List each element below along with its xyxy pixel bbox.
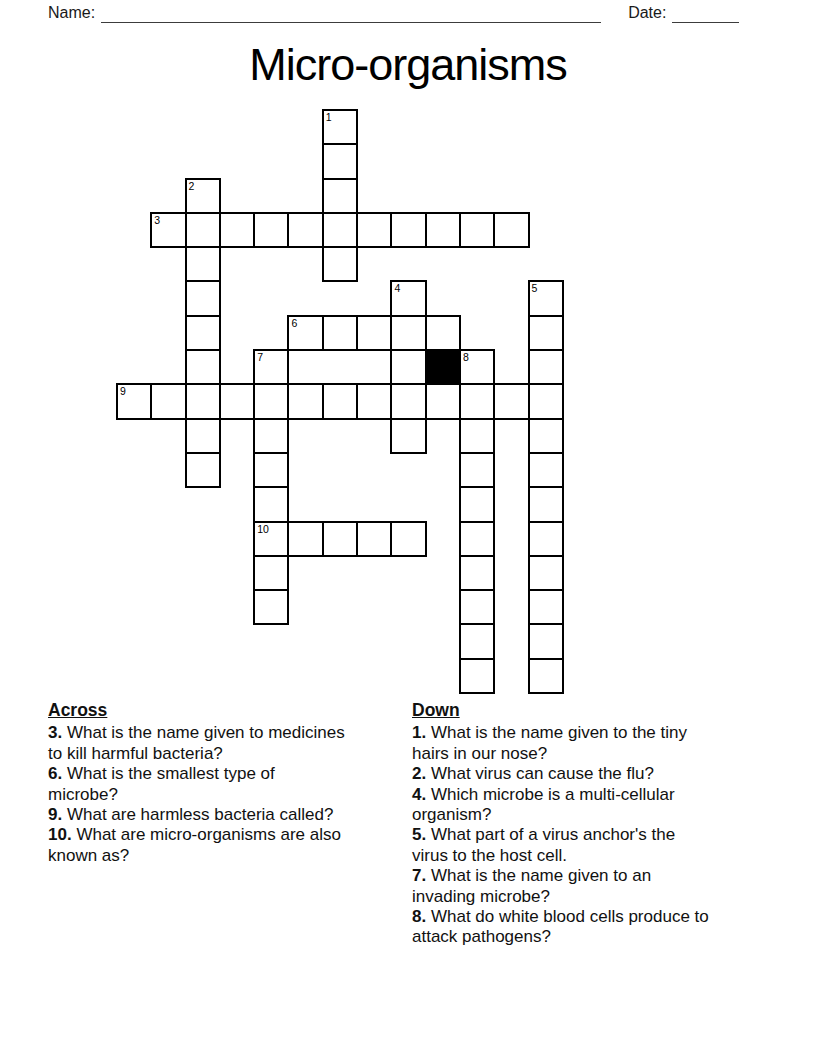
clue-text: What virus can cause the flu?	[431, 764, 654, 783]
date-label: Date:	[628, 4, 666, 23]
answer-cell[interactable]	[185, 452, 221, 488]
clue-text: What is the name given to medicines to k…	[48, 723, 345, 762]
answer-cell[interactable]	[528, 315, 564, 351]
clue-number: 1.	[412, 723, 426, 742]
answer-cell[interactable]	[459, 623, 495, 659]
clue-down-5: 5. What part of a virus anchor's the vir…	[412, 825, 712, 866]
clue-text: What is the smallest type of microbe?	[48, 764, 275, 803]
answer-cell[interactable]	[459, 486, 495, 522]
answer-cell[interactable]: 7	[253, 349, 289, 385]
answer-cell[interactable]	[287, 212, 323, 248]
name-blank-line[interactable]	[101, 6, 601, 23]
clue-text: What part of a virus anchor's the virus …	[412, 825, 675, 864]
clue-text: What are harmless bacteria called?	[67, 805, 333, 824]
answer-cell[interactable]	[253, 212, 289, 248]
clue-number-6: 6	[291, 317, 297, 329]
answer-cell[interactable]	[219, 212, 255, 248]
clue-number: 4.	[412, 785, 426, 804]
answer-cell[interactable]	[253, 555, 289, 591]
answer-cell[interactable]	[356, 383, 392, 419]
name-label: Name:	[48, 4, 95, 23]
answer-cell[interactable]	[390, 521, 426, 557]
answer-cell[interactable]	[528, 521, 564, 557]
answer-cell[interactable]	[459, 658, 495, 694]
clue-down-8: 8. What do white blood cells produce to …	[412, 907, 712, 948]
date-blank-line[interactable]	[672, 6, 739, 23]
clue-text: What do white blood cells produce to att…	[412, 907, 709, 946]
clue-down-1: 1. What is the name given to the tiny ha…	[412, 723, 712, 764]
clue-text: What are micro-organisms are also known …	[48, 825, 341, 864]
down-clues: Down 1. What is the name given to the ti…	[412, 700, 712, 948]
answer-cell[interactable]	[185, 280, 221, 316]
answer-cell[interactable]	[528, 658, 564, 694]
clue-text: What is the name given to an invading mi…	[412, 866, 651, 905]
answer-cell[interactable]	[528, 623, 564, 659]
answer-cell[interactable]	[322, 383, 358, 419]
name-date-row: Name: Date:	[48, 4, 739, 23]
clue-number: 7.	[412, 866, 426, 885]
answer-cell[interactable]	[528, 486, 564, 522]
answer-cell[interactable]: 10	[253, 521, 289, 557]
answer-cell[interactable]	[219, 383, 255, 419]
clue-number: 3.	[48, 723, 62, 742]
answer-cell[interactable]	[390, 349, 426, 385]
clue-number: 8.	[412, 907, 426, 926]
answer-cell[interactable]: 5	[528, 280, 564, 316]
clue-number: 10.	[48, 825, 72, 844]
clue-number: 6.	[48, 764, 62, 783]
answer-cell[interactable]	[185, 418, 221, 454]
crossword-grid: 12345678910	[117, 110, 563, 693]
down-heading: Down	[412, 700, 712, 720]
answer-cell[interactable]	[459, 383, 495, 419]
clue-number-1: 1	[326, 111, 332, 123]
clue-number-2: 2	[189, 180, 195, 192]
answer-cell[interactable]	[356, 212, 392, 248]
answer-cell[interactable]	[322, 178, 358, 214]
answer-cell[interactable]: 1	[322, 109, 358, 145]
answer-cell[interactable]	[356, 521, 392, 557]
across-heading: Across	[48, 700, 348, 720]
answer-cell[interactable]: 2	[185, 178, 221, 214]
clue-number-3: 3	[154, 214, 160, 226]
answer-cell[interactable]	[287, 521, 323, 557]
clue-across-3: 3. What is the name given to medicines t…	[48, 723, 348, 764]
clue-across-10: 10. What are micro-organisms are also kn…	[48, 825, 348, 866]
answer-cell[interactable]	[528, 555, 564, 591]
clue-number-8: 8	[463, 351, 469, 363]
answer-cell[interactable]: 8	[459, 349, 495, 385]
answer-cell[interactable]: 3	[150, 212, 186, 248]
answer-cell[interactable]	[253, 383, 289, 419]
clue-down-7: 7. What is the name given to an invading…	[412, 866, 712, 907]
answer-cell[interactable]	[493, 212, 529, 248]
answer-cell[interactable]	[459, 418, 495, 454]
answer-cell[interactable]	[253, 486, 289, 522]
answer-cell[interactable]	[185, 246, 221, 282]
answer-cell[interactable]	[459, 555, 495, 591]
answer-cell[interactable]	[150, 383, 186, 419]
answer-cell[interactable]	[390, 383, 426, 419]
answer-cell[interactable]	[528, 589, 564, 625]
answer-cell[interactable]	[459, 589, 495, 625]
answer-cell[interactable]	[322, 315, 358, 351]
answer-cell[interactable]	[185, 383, 221, 419]
answer-cell[interactable]	[493, 383, 529, 419]
answer-cell[interactable]	[253, 418, 289, 454]
answer-cell[interactable]	[425, 315, 461, 351]
puzzle-title: Micro-organisms	[0, 40, 816, 90]
answer-cell[interactable]	[185, 315, 221, 351]
answer-cell[interactable]	[287, 383, 323, 419]
answer-cell[interactable]	[425, 383, 461, 419]
answer-cell[interactable]	[459, 521, 495, 557]
clue-down-2: 2. What virus can cause the flu?	[412, 764, 712, 784]
answer-cell[interactable]	[253, 589, 289, 625]
clue-across-9: 9. What are harmless bacteria called?	[48, 805, 348, 825]
answer-cell[interactable]	[459, 212, 495, 248]
clue-number-9: 9	[120, 385, 126, 397]
answer-cell[interactable]	[322, 521, 358, 557]
clue-number-7: 7	[257, 351, 263, 363]
answer-cell[interactable]	[322, 212, 358, 248]
answer-cell[interactable]	[459, 452, 495, 488]
answer-cell[interactable]	[322, 246, 358, 282]
answer-cell[interactable]: 9	[116, 383, 152, 419]
clue-number: 9.	[48, 805, 62, 824]
answer-cell[interactable]	[185, 349, 221, 385]
answer-cell[interactable]	[528, 383, 564, 419]
answer-cell[interactable]	[425, 212, 461, 248]
clue-number: 2.	[412, 764, 426, 783]
answer-cell[interactable]: 4	[390, 280, 426, 316]
clue-text: Which microbe is a multi-cellular organi…	[412, 785, 675, 824]
clue-across-6: 6. What is the smallest type of microbe?	[48, 764, 348, 805]
clue-number-5: 5	[532, 282, 538, 294]
worksheet-page: Name: Date: Micro-organisms 12345678910 …	[0, 0, 816, 1056]
answer-cell[interactable]	[528, 452, 564, 488]
clue-number-4: 4	[394, 282, 400, 294]
answer-cell[interactable]	[356, 315, 392, 351]
answer-cell[interactable]	[528, 349, 564, 385]
answer-cell[interactable]	[528, 418, 564, 454]
answer-cell[interactable]	[390, 315, 426, 351]
clue-text: What is the name given to the tiny hairs…	[412, 723, 687, 762]
blocked-cell	[425, 349, 461, 385]
clue-number: 5.	[412, 825, 426, 844]
answer-cell[interactable]	[390, 418, 426, 454]
answer-cell[interactable]	[253, 452, 289, 488]
answer-cell[interactable]: 6	[287, 315, 323, 351]
clue-number-10: 10	[257, 523, 269, 535]
clue-down-4: 4. Which microbe is a multi-cellular org…	[412, 785, 712, 826]
answer-cell[interactable]	[185, 212, 221, 248]
across-clues: Across 3. What is the name given to medi…	[48, 700, 348, 866]
answer-cell[interactable]	[390, 212, 426, 248]
answer-cell[interactable]	[322, 143, 358, 179]
